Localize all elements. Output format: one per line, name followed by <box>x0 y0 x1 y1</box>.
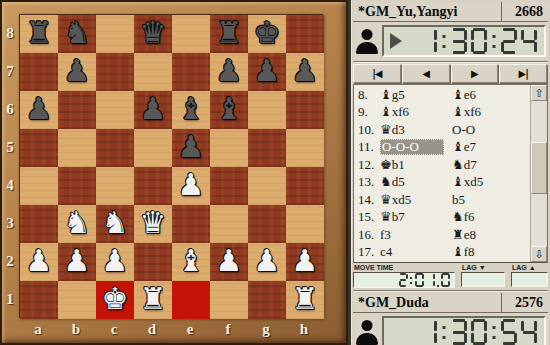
side-panel: *GM_Yu,Yangyi 2668 |◀ ◀ ▶ ▶| 8 <box>348 0 550 345</box>
square-g7[interactable]: ♟ <box>248 53 286 91</box>
black-move[interactable]: ♝xf6 <box>452 104 481 120</box>
rank-label-1: 1 <box>1 291 19 308</box>
move-row-16: 16.f3♜e8 <box>354 226 530 244</box>
move-row-12: 12.♚b1♞d7 <box>354 156 530 174</box>
move-rows: 8.♝g5♝e69.♝xf6♝xf610.♛d3O-O11.O-O-O♝e712… <box>354 86 530 262</box>
figurine-B: ♝ <box>452 139 464 154</box>
black-pawn: ♟ <box>178 128 205 166</box>
file-label-a: a <box>19 321 57 338</box>
square-d1[interactable]: ♜ <box>134 281 172 319</box>
lag-up-label: LAG ▲ <box>511 264 548 272</box>
square-c4[interactable] <box>96 167 134 205</box>
square-c2[interactable]: ♟ <box>96 243 134 281</box>
rank-label-7: 7 <box>1 63 19 80</box>
white-rook: ♜ <box>292 280 319 318</box>
square-f6[interactable]: ♝ <box>210 91 248 129</box>
black-move[interactable]: ♜e8 <box>452 227 476 243</box>
next-move-button[interactable]: ▶ <box>451 64 499 83</box>
top-clock-time <box>419 28 539 54</box>
square-g2[interactable]: ♟ <box>248 243 286 281</box>
figurine-Q: ♛ <box>380 209 392 224</box>
square-g8[interactable]: ♚ <box>248 15 286 53</box>
white-queen: ♛ <box>140 204 167 242</box>
square-e8[interactable] <box>172 15 210 53</box>
white-move[interactable]: ♛xd5 <box>380 192 411 208</box>
white-pawn: ♟ <box>292 242 319 280</box>
square-b6[interactable] <box>58 91 96 129</box>
square-e7[interactable] <box>172 53 210 91</box>
square-f7[interactable]: ♟ <box>210 53 248 91</box>
black-move[interactable]: O-O <box>452 122 475 138</box>
square-h1[interactable]: ♜ <box>286 281 324 319</box>
square-d2[interactable] <box>134 243 172 281</box>
square-d8[interactable]: ♛ <box>134 15 172 53</box>
white-move[interactable]: ♝g5 <box>380 87 405 103</box>
file-label-d: d <box>133 321 171 338</box>
black-move[interactable]: ♝xd5 <box>452 174 483 190</box>
square-b2[interactable]: ♟ <box>58 243 96 281</box>
figurine-B: ♝ <box>380 87 392 102</box>
square-b8[interactable]: ♞ <box>58 15 96 53</box>
move-row-10: 10.♛d3O-O <box>354 121 530 139</box>
panel-separator <box>353 290 548 292</box>
move-time-group: MOVE TIME <box>353 264 455 287</box>
move-navigation: |◀ ◀ ▶ ▶| <box>353 64 548 83</box>
white-move[interactable]: ♚b1 <box>380 157 405 173</box>
white-move[interactable]: ♛d3 <box>380 122 405 138</box>
file-label-b: b <box>57 321 95 338</box>
move-list-scrollbar[interactable]: ⇧ ⇩ <box>530 85 547 262</box>
square-g3[interactable] <box>248 205 286 243</box>
white-rook: ♜ <box>140 280 167 318</box>
square-h2[interactable]: ♟ <box>286 243 324 281</box>
top-player-clock-panel: *GM_Yu,Yangyi 2668 <box>353 2 548 60</box>
square-f2[interactable]: ♟ <box>210 243 248 281</box>
square-a1[interactable] <box>20 281 58 319</box>
black-move[interactable]: ♞f6 <box>452 209 475 225</box>
square-f4[interactable] <box>210 167 248 205</box>
move-number: 15. <box>354 209 380 225</box>
lag-down-display <box>461 272 505 287</box>
move-row-14: 14.♛xd5b5 <box>354 191 530 209</box>
first-move-button[interactable]: |◀ <box>353 64 401 83</box>
white-pawn: ♟ <box>216 242 243 280</box>
figurine-N: ♞ <box>452 209 464 224</box>
square-h4[interactable] <box>286 167 324 205</box>
square-g1[interactable] <box>248 281 286 319</box>
black-king: ♚ <box>254 14 281 52</box>
lag-up-display <box>511 272 548 287</box>
square-a6[interactable]: ♟ <box>20 91 58 129</box>
previous-move-button[interactable]: ◀ <box>402 64 450 83</box>
square-e1[interactable] <box>172 281 210 319</box>
square-b3[interactable]: ♞ <box>58 205 96 243</box>
black-pawn: ♟ <box>254 52 281 90</box>
move-number: 12. <box>354 157 380 173</box>
move-time-display <box>353 272 455 288</box>
white-pawn: ♟ <box>26 242 53 280</box>
black-rook: ♜ <box>216 14 243 52</box>
white-knight: ♞ <box>102 204 129 242</box>
black-pawn: ♟ <box>292 52 319 90</box>
move-number: 14. <box>354 192 380 208</box>
square-c7[interactable] <box>96 53 134 91</box>
bottom-clock-display <box>382 316 546 345</box>
lag-down-group: LAG ▼ <box>461 264 505 287</box>
square-b5[interactable] <box>58 129 96 167</box>
figurine-N: ♞ <box>380 174 392 189</box>
figurine-B: ♝ <box>452 87 464 102</box>
move-row-15: 15.♛b7♞f6 <box>354 209 530 227</box>
square-h3[interactable] <box>286 205 324 243</box>
black-move[interactable]: b5 <box>452 192 465 208</box>
scroll-down-button[interactable]: ⇩ <box>531 246 547 262</box>
square-d5[interactable] <box>134 129 172 167</box>
top-player-name-bar: *GM_Yu,Yangyi 2668 <box>353 2 548 22</box>
bottom-player-rating: 2576 <box>502 295 548 311</box>
square-f8[interactable]: ♜ <box>210 15 248 53</box>
bottom-player-name-bar: *GM_Duda 2576 <box>353 293 548 313</box>
square-a3[interactable] <box>20 205 58 243</box>
white-move[interactable]: ♛b7 <box>380 209 405 225</box>
bottom-clock-time <box>419 319 539 345</box>
figurine-Q: ♛ <box>380 192 392 207</box>
square-e4[interactable]: ♟ <box>172 167 210 205</box>
move-time-label: MOVE TIME <box>353 264 455 272</box>
move-number: 17. <box>354 244 380 260</box>
square-a2[interactable]: ♟ <box>20 243 58 281</box>
last-move-button[interactable]: ▶| <box>499 64 547 83</box>
square-a8[interactable]: ♜ <box>20 15 58 53</box>
move-number: 9. <box>354 104 380 120</box>
move-number: 10. <box>354 122 380 138</box>
white-pawn: ♟ <box>102 242 129 280</box>
square-e5[interactable]: ♟ <box>172 129 210 167</box>
square-h8[interactable] <box>286 15 324 53</box>
top-player-rating: 2668 <box>502 4 548 20</box>
white-move[interactable]: ♞d5 <box>380 174 405 190</box>
black-queen: ♛ <box>140 14 167 52</box>
black-pawn: ♟ <box>140 90 167 128</box>
move-list-panel: |◀ ◀ ▶ ▶| 8.♝g5♝e69.♝xf6♝xf610.♛d3O-O11.… <box>353 64 548 289</box>
figurine-Q: ♛ <box>380 122 392 137</box>
square-c3[interactable]: ♞ <box>96 205 134 243</box>
chess-board: ♜♞♛♜♚♟♟♟♟♟♟♝♝♟♟♞♞♛♟♟♟♝♟♟♟♚♜♜ <box>19 14 323 318</box>
square-h7[interactable]: ♟ <box>286 53 324 91</box>
square-b1[interactable] <box>58 281 96 319</box>
white-pawn: ♟ <box>254 242 281 280</box>
figurine-R: ♜ <box>452 227 464 242</box>
rank-label-6: 6 <box>1 101 19 118</box>
figurine-N: ♞ <box>452 157 464 172</box>
black-bishop: ♝ <box>216 90 243 128</box>
square-g5[interactable] <box>248 129 286 167</box>
panel-separator <box>353 61 548 63</box>
file-label-g: g <box>247 321 285 338</box>
move-time-value <box>398 273 451 287</box>
square-f3[interactable] <box>210 205 248 243</box>
rank-label-8: 8 <box>1 25 19 42</box>
black-knight: ♞ <box>64 14 91 52</box>
square-f5[interactable] <box>210 129 248 167</box>
figurine-B: ♝ <box>452 174 464 189</box>
chess-app-window: ♜♞♛♜♚♟♟♟♟♟♟♝♝♟♟♞♞♛♟♟♟♝♟♟♟♚♜♜ 87654321 ab… <box>0 0 550 345</box>
bottom-player-clock-panel: *GM_Duda 2576 <box>353 293 548 345</box>
white-king: ♚ <box>102 280 129 318</box>
scrollbar-thumb[interactable] <box>531 142 547 194</box>
square-c5[interactable] <box>96 129 134 167</box>
file-label-h: h <box>285 321 323 338</box>
square-h5[interactable] <box>286 129 324 167</box>
figurine-B: ♝ <box>452 244 464 259</box>
square-e6[interactable]: ♝ <box>172 91 210 129</box>
selected-move[interactable]: O-O-O <box>380 139 444 155</box>
square-g4[interactable] <box>248 167 286 205</box>
white-knight: ♞ <box>64 204 91 242</box>
black-move[interactable]: ♝f8 <box>452 244 475 260</box>
player-silhouette-icon <box>356 320 378 345</box>
white-pawn: ♟ <box>178 166 205 204</box>
move-number: 8. <box>354 87 380 103</box>
move-row-17: 17.c4♝f8 <box>354 244 530 262</box>
white-move[interactable]: f3 <box>380 227 391 243</box>
rank-label-4: 4 <box>1 177 19 194</box>
square-b4[interactable] <box>58 167 96 205</box>
move-row-8: 8.♝g5♝e6 <box>354 86 530 104</box>
black-pawn: ♟ <box>26 90 53 128</box>
white-bishop: ♝ <box>178 242 205 280</box>
white-pawn: ♟ <box>64 242 91 280</box>
top-player-name: *GM_Yu,Yangyi <box>353 4 501 20</box>
bottom-player-name: *GM_Duda <box>353 295 501 311</box>
square-g6[interactable] <box>248 91 286 129</box>
figurine-B: ♝ <box>380 104 392 119</box>
black-move[interactable]: ♝e7 <box>452 139 476 155</box>
square-c1[interactable]: ♚ <box>96 281 134 319</box>
black-move[interactable]: ♝e6 <box>452 87 476 103</box>
lag-down-label: LAG ▼ <box>461 264 505 272</box>
active-turn-triangle-icon <box>390 33 402 49</box>
square-a5[interactable] <box>20 129 58 167</box>
move-row-11: 11.O-O-O♝e7 <box>354 139 530 157</box>
move-number: 11. <box>354 139 380 155</box>
board-frame: ♜♞♛♜♚♟♟♟♟♟♟♝♝♟♟♞♞♛♟♟♟♝♟♟♟♚♜♜ 87654321 ab… <box>0 0 348 345</box>
top-clock-display <box>382 25 546 57</box>
square-f1[interactable] <box>210 281 248 319</box>
bottom-clock-row <box>353 313 548 345</box>
file-label-e: e <box>171 321 209 338</box>
white-move[interactable]: c4 <box>380 244 392 260</box>
square-c6[interactable] <box>96 91 134 129</box>
rank-label-3: 3 <box>1 215 19 232</box>
black-pawn: ♟ <box>216 52 243 90</box>
white-move[interactable]: ♝xf6 <box>380 104 409 120</box>
player-silhouette-icon <box>356 29 378 54</box>
scroll-up-button[interactable]: ⇧ <box>531 85 547 101</box>
figurine-K: ♚ <box>380 157 392 172</box>
move-row-9: 9.♝xf6♝xf6 <box>354 104 530 122</box>
square-e3[interactable] <box>172 205 210 243</box>
black-bishop: ♝ <box>178 90 205 128</box>
move-number: 16. <box>354 227 380 243</box>
file-label-c: c <box>95 321 133 338</box>
square-b7[interactable]: ♟ <box>58 53 96 91</box>
square-h6[interactable] <box>286 91 324 129</box>
timing-fields: MOVE TIME LAG ▼ LAG ▲ <box>353 262 548 289</box>
top-clock-row <box>353 22 548 60</box>
black-rook: ♜ <box>26 14 53 52</box>
move-row-13: 13.♞d5♝xd5 <box>354 174 530 192</box>
figurine-B: ♝ <box>452 104 464 119</box>
square-d4[interactable] <box>134 167 172 205</box>
black-move[interactable]: ♞d7 <box>452 157 477 173</box>
square-c8[interactable] <box>96 15 134 53</box>
square-d7[interactable] <box>134 53 172 91</box>
move-number: 13. <box>354 174 380 190</box>
square-e2[interactable]: ♝ <box>172 243 210 281</box>
square-a7[interactable] <box>20 53 58 91</box>
square-d6[interactable]: ♟ <box>134 91 172 129</box>
rank-label-5: 5 <box>1 139 19 156</box>
black-pawn: ♟ <box>64 52 91 90</box>
square-d3[interactable]: ♛ <box>134 205 172 243</box>
move-row-18: 18.♛xa6♛b8 <box>354 261 530 262</box>
file-label-f: f <box>209 321 247 338</box>
lag-up-group: LAG ▲ <box>511 264 548 287</box>
square-a4[interactable] <box>20 167 58 205</box>
rank-label-2: 2 <box>1 253 19 270</box>
move-list: 8.♝g5♝e69.♝xf6♝xf610.♛d3O-O11.O-O-O♝e712… <box>353 84 548 262</box>
